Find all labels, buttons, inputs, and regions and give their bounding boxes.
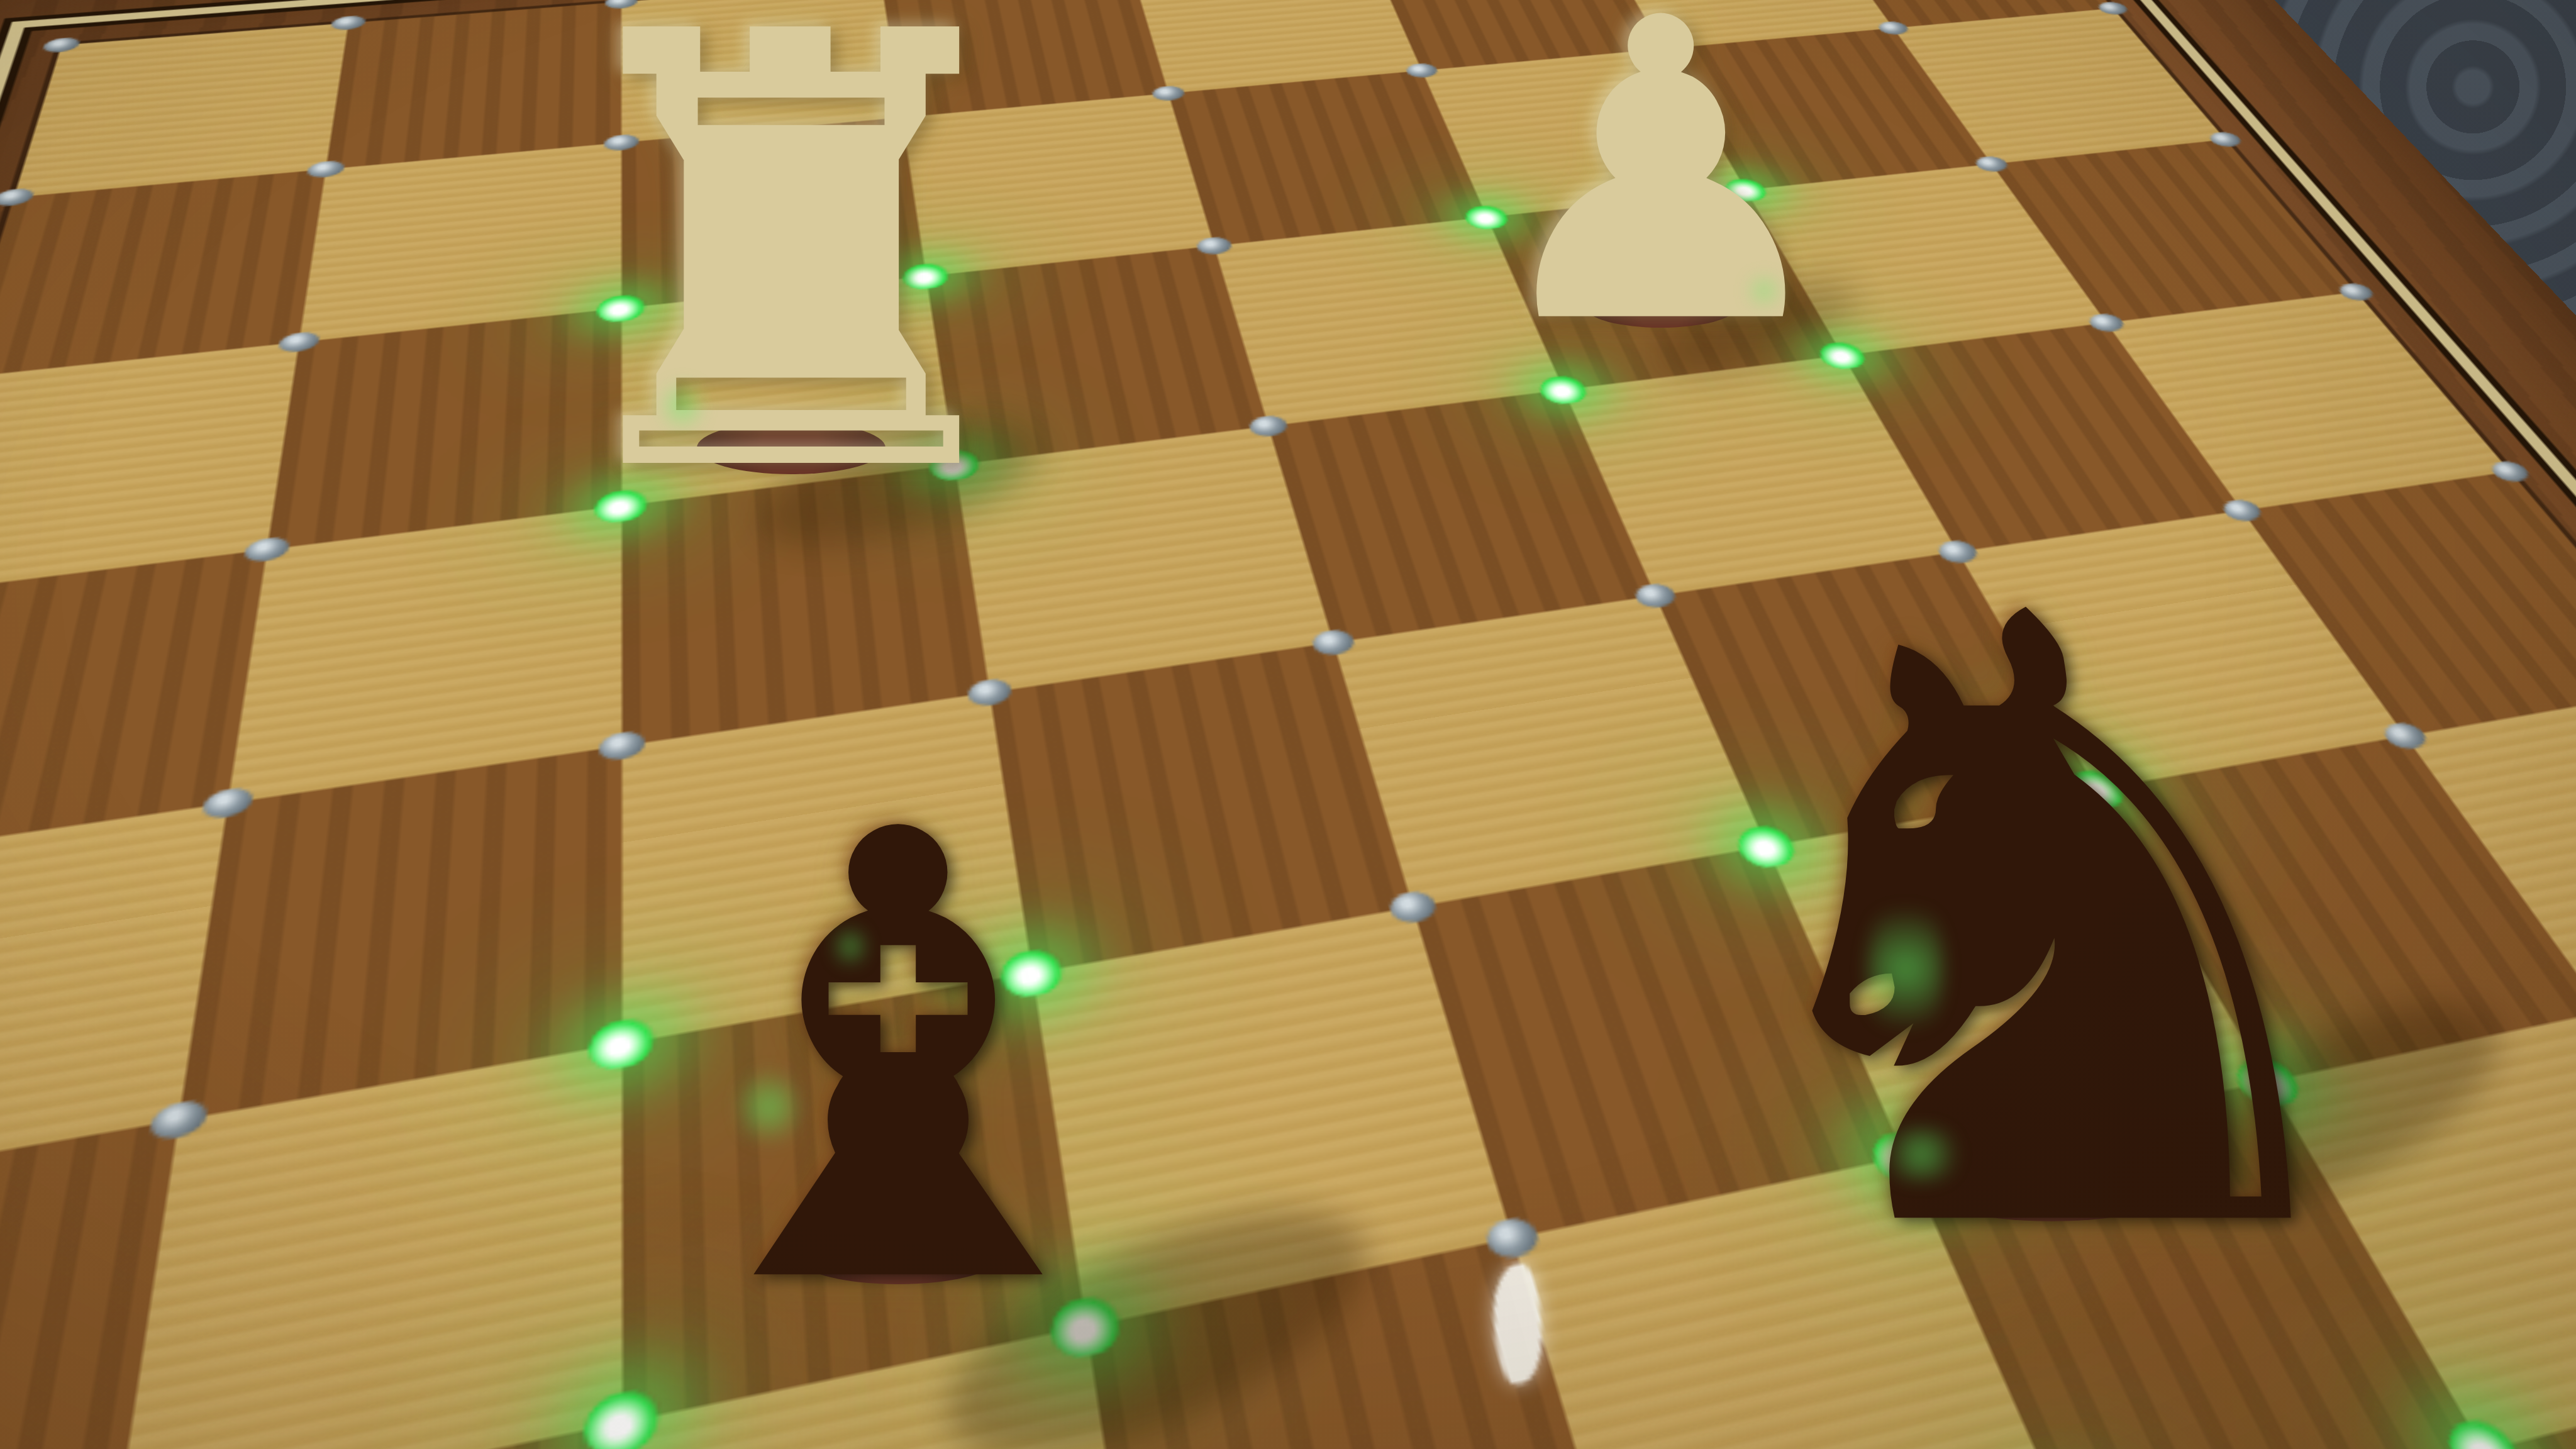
white-rook-on-c6: ♜ bbox=[523, 0, 1059, 554]
black-bishop-on-c3: ♝ bbox=[622, 753, 1175, 1369]
green-led-reflection bbox=[1868, 887, 1943, 1050]
green-led-reflection bbox=[1745, 277, 1783, 305]
pieces-layer: ♜♟♝♞ bbox=[0, 0, 2576, 1449]
black-knight-on-f3: ♞ bbox=[1677, 510, 2426, 1346]
white-pawn-on-f6: ♟ bbox=[1475, 0, 1847, 380]
green-led-reflection bbox=[663, 376, 701, 436]
photo-stage: ♜♟♝♞ bbox=[0, 0, 2576, 1449]
green-led-reflection bbox=[835, 921, 865, 972]
green-led-reflection bbox=[739, 1060, 799, 1154]
green-led-reflection bbox=[1874, 1128, 1968, 1181]
